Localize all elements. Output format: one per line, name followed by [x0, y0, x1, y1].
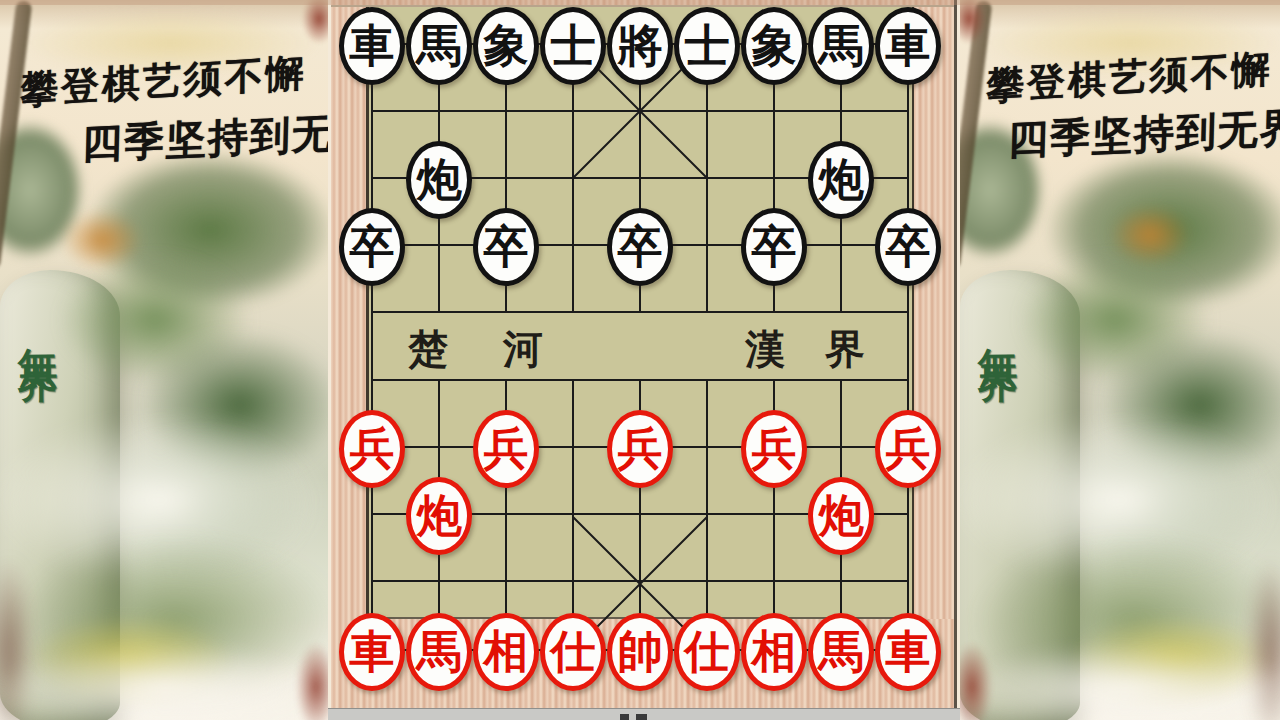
- piece-glyph: 卒: [752, 225, 797, 270]
- piece-glyph: 象: [484, 24, 529, 69]
- piece-red-soldier[interactable]: 兵: [607, 410, 673, 488]
- piece-red-advisor[interactable]: 仕: [540, 613, 606, 691]
- piece-glyph: 象: [752, 24, 797, 69]
- piece-glyph: 兵: [350, 427, 395, 472]
- piece-black-soldier[interactable]: 卒: [741, 208, 807, 286]
- piece-glyph: 兵: [886, 427, 931, 472]
- piece-black-horse[interactable]: 馬: [406, 7, 472, 85]
- piece-glyph: 馬: [819, 24, 864, 69]
- piece-glyph: 馬: [417, 630, 462, 675]
- piece-glyph: 卒: [618, 225, 663, 270]
- piece-red-cannon[interactable]: 炮: [406, 477, 472, 555]
- piece-black-chariot[interactable]: 車: [875, 7, 941, 85]
- piece-red-elephant[interactable]: 相: [473, 613, 539, 691]
- piece-glyph: 馬: [417, 24, 462, 69]
- piece-black-advisor[interactable]: 士: [540, 7, 606, 85]
- piece-black-soldier[interactable]: 卒: [607, 208, 673, 286]
- piece-red-general[interactable]: 帥: [607, 613, 673, 691]
- piece-glyph: 車: [350, 24, 395, 69]
- piece-black-soldier[interactable]: 卒: [339, 208, 405, 286]
- piece-black-soldier[interactable]: 卒: [473, 208, 539, 286]
- piece-glyph: 車: [350, 630, 395, 675]
- piece-glyph: 相: [484, 630, 529, 675]
- piece-red-soldier[interactable]: 兵: [875, 410, 941, 488]
- piece-black-elephant[interactable]: 象: [741, 7, 807, 85]
- piece-glyph: 卒: [484, 225, 529, 270]
- piece-red-advisor[interactable]: 仕: [674, 613, 740, 691]
- piece-black-chariot[interactable]: 車: [339, 7, 405, 85]
- piece-black-cannon[interactable]: 炮: [406, 141, 472, 219]
- piece-black-horse[interactable]: 馬: [808, 7, 874, 85]
- piece-red-soldier[interactable]: 兵: [741, 410, 807, 488]
- piece-glyph: 仕: [551, 630, 596, 675]
- piece-black-cannon[interactable]: 炮: [808, 141, 874, 219]
- piece-glyph: 炮: [819, 494, 864, 539]
- piece-glyph: 炮: [819, 158, 864, 203]
- piece-red-chariot[interactable]: 車: [875, 613, 941, 691]
- piece-red-cannon[interactable]: 炮: [808, 477, 874, 555]
- piece-glyph: 士: [551, 24, 596, 69]
- piece-glyph: 仕: [685, 630, 730, 675]
- piece-glyph: 車: [886, 630, 931, 675]
- piece-red-elephant[interactable]: 相: [741, 613, 807, 691]
- piece-glyph: 卒: [886, 225, 931, 270]
- piece-glyph: 相: [752, 630, 797, 675]
- piece-red-horse[interactable]: 馬: [406, 613, 472, 691]
- piece-glyph: 將: [618, 24, 663, 69]
- piece-glyph: 車: [886, 24, 931, 69]
- piece-glyph: 兵: [752, 427, 797, 472]
- piece-black-elephant[interactable]: 象: [473, 7, 539, 85]
- piece-black-advisor[interactable]: 士: [674, 7, 740, 85]
- piece-red-chariot[interactable]: 車: [339, 613, 405, 691]
- piece-black-general[interactable]: 將: [607, 7, 673, 85]
- piece-red-soldier[interactable]: 兵: [473, 410, 539, 488]
- piece-glyph: 兵: [484, 427, 529, 472]
- piece-red-soldier[interactable]: 兵: [339, 410, 405, 488]
- piece-glyph: 士: [685, 24, 730, 69]
- piece-glyph: 炮: [417, 494, 462, 539]
- piece-glyph: 帥: [618, 630, 663, 675]
- piece-glyph: 兵: [618, 427, 663, 472]
- piece-glyph: 炮: [417, 158, 462, 203]
- piece-glyph: 卒: [350, 225, 395, 270]
- top-edge-strip: [0, 0, 1280, 5]
- piece-glyph: 馬: [819, 630, 864, 675]
- pieces-layer: 車馬象士將士象馬車炮炮卒卒卒卒卒兵兵兵兵兵炮炮車馬相仕帥仕相馬車: [0, 0, 1280, 720]
- piece-black-soldier[interactable]: 卒: [875, 208, 941, 286]
- piece-red-horse[interactable]: 馬: [808, 613, 874, 691]
- screen: 攀登棋艺须不懈 四季坚持到无界! 無界 攀登棋艺须不懈 四季坚持到无界! 無界: [0, 0, 1280, 720]
